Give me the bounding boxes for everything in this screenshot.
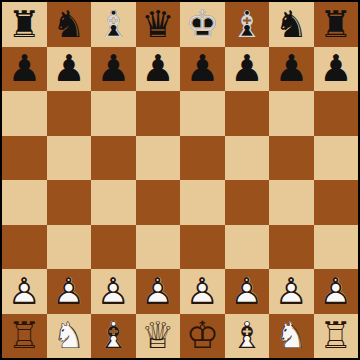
square-f3[interactable] — [225, 225, 270, 270]
piece-glyph-layer: ♖ — [2, 314, 47, 359]
piece-glyph-layer: ♜ — [2, 2, 47, 47]
square-g8[interactable]: ♞ — [269, 2, 314, 47]
piece-glyph-layer: ♙ — [47, 269, 92, 314]
white-pawn[interactable]: ♟♙ — [269, 269, 314, 314]
square-g5[interactable] — [269, 136, 314, 181]
black-rook[interactable]: ♜ — [2, 2, 47, 47]
square-g7[interactable]: ♟ — [269, 47, 314, 92]
white-pawn[interactable]: ♟♙ — [314, 269, 359, 314]
white-pawn[interactable]: ♟♙ — [91, 269, 136, 314]
square-c1[interactable]: ♝♗ — [91, 314, 136, 359]
square-h2[interactable]: ♟♙ — [314, 269, 359, 314]
piece-glyph-layer: ♜ — [314, 2, 359, 47]
white-pawn[interactable]: ♟♙ — [136, 269, 181, 314]
square-c6[interactable] — [91, 91, 136, 136]
square-c7[interactable]: ♟ — [91, 47, 136, 92]
square-h7[interactable]: ♟ — [314, 47, 359, 92]
square-a8[interactable]: ♜ — [2, 2, 47, 47]
piece-glyph-layer: ♟ — [47, 47, 92, 92]
square-c8[interactable]: ♝♗ — [91, 2, 136, 47]
piece-glyph-layer: ♔ — [180, 2, 225, 47]
piece-glyph-layer: ♞ — [269, 2, 314, 47]
white-pawn[interactable]: ♟♙ — [225, 269, 270, 314]
square-d4[interactable] — [136, 180, 181, 225]
square-a4[interactable] — [2, 180, 47, 225]
piece-glyph-layer: ♘ — [269, 314, 314, 359]
square-a5[interactable] — [2, 136, 47, 181]
square-h6[interactable] — [314, 91, 359, 136]
square-h1[interactable]: ♖ — [314, 314, 359, 359]
white-king[interactable]: ♔ — [180, 314, 225, 359]
square-d8[interactable]: ♛ — [136, 2, 181, 47]
square-f7[interactable]: ♟ — [225, 47, 270, 92]
square-e5[interactable] — [180, 136, 225, 181]
black-pawn[interactable]: ♟ — [269, 47, 314, 92]
black-pawn[interactable]: ♟ — [314, 47, 359, 92]
square-c4[interactable] — [91, 180, 136, 225]
square-f4[interactable] — [225, 180, 270, 225]
square-d7[interactable]: ♟ — [136, 47, 181, 92]
white-pawn[interactable]: ♟♙ — [2, 269, 47, 314]
square-d1[interactable]: ♕ — [136, 314, 181, 359]
piece-glyph-layer: ♙ — [314, 269, 359, 314]
square-h3[interactable] — [314, 225, 359, 270]
square-g4[interactable] — [269, 180, 314, 225]
piece-glyph-layer: ♟ — [180, 47, 225, 92]
black-pawn[interactable]: ♟ — [136, 47, 181, 92]
square-c5[interactable] — [91, 136, 136, 181]
square-b7[interactable]: ♟ — [47, 47, 92, 92]
square-b5[interactable] — [47, 136, 92, 181]
square-b3[interactable] — [47, 225, 92, 270]
square-a1[interactable]: ♖ — [2, 314, 47, 359]
black-knight[interactable]: ♞ — [269, 2, 314, 47]
piece-glyph-layer: ♟ — [136, 47, 181, 92]
white-bishop[interactable]: ♝♗ — [225, 314, 270, 359]
square-f5[interactable] — [225, 136, 270, 181]
piece-glyph-layer: ♟ — [2, 47, 47, 92]
piece-glyph-layer: ♙ — [225, 269, 270, 314]
piece-glyph-layer: ♙ — [136, 269, 181, 314]
black-pawn[interactable]: ♟ — [47, 47, 92, 92]
square-e6[interactable] — [180, 91, 225, 136]
piece-glyph-layer: ♕ — [136, 314, 181, 359]
square-g6[interactable] — [269, 91, 314, 136]
square-b2[interactable]: ♟♙ — [47, 269, 92, 314]
square-e8[interactable]: ♚♔ — [180, 2, 225, 47]
black-pawn[interactable]: ♟ — [225, 47, 270, 92]
square-e7[interactable]: ♟ — [180, 47, 225, 92]
piece-glyph-layer: ♗ — [225, 2, 270, 47]
square-b1[interactable]: ♞♘ — [47, 314, 92, 359]
white-knight[interactable]: ♞♘ — [47, 314, 92, 359]
square-a3[interactable] — [2, 225, 47, 270]
square-e3[interactable] — [180, 225, 225, 270]
square-f2[interactable]: ♟♙ — [225, 269, 270, 314]
black-rook[interactable]: ♜ — [314, 2, 359, 47]
white-rook[interactable]: ♖ — [314, 314, 359, 359]
square-g3[interactable] — [269, 225, 314, 270]
black-pawn[interactable]: ♟ — [2, 47, 47, 92]
piece-glyph-layer: ♔ — [180, 314, 225, 359]
square-e1[interactable]: ♔ — [180, 314, 225, 359]
white-queen[interactable]: ♕ — [136, 314, 181, 359]
square-d5[interactable] — [136, 136, 181, 181]
square-a2[interactable]: ♟♙ — [2, 269, 47, 314]
piece-glyph-layer: ♙ — [2, 269, 47, 314]
piece-glyph-layer: ♗ — [225, 314, 270, 359]
square-e2[interactable]: ♟♙ — [180, 269, 225, 314]
white-knight[interactable]: ♞♘ — [269, 314, 314, 359]
square-h8[interactable]: ♜ — [314, 2, 359, 47]
square-b6[interactable] — [47, 91, 92, 136]
piece-glyph-layer: ♙ — [180, 269, 225, 314]
piece-glyph-layer: ♙ — [91, 269, 136, 314]
white-pawn[interactable]: ♟♙ — [180, 269, 225, 314]
piece-glyph-layer: ♟ — [269, 47, 314, 92]
square-d6[interactable] — [136, 91, 181, 136]
square-c3[interactable] — [91, 225, 136, 270]
square-a6[interactable] — [2, 91, 47, 136]
black-king[interactable]: ♚♔ — [180, 2, 225, 47]
piece-glyph-layer: ♖ — [314, 314, 359, 359]
square-b8[interactable]: ♞ — [47, 2, 92, 47]
square-e4[interactable] — [180, 180, 225, 225]
piece-glyph-layer: ♟ — [314, 47, 359, 92]
black-pawn[interactable]: ♟ — [91, 47, 136, 92]
square-d3[interactable] — [136, 225, 181, 270]
white-bishop[interactable]: ♝♗ — [91, 314, 136, 359]
black-bishop[interactable]: ♝♗ — [225, 2, 270, 47]
chess-board: ♜♞♝♗♛♚♔♝♗♞♜♟♟♟♟♟♟♟♟♟♙♟♙♟♙♟♙♟♙♟♙♟♙♟♙♖♞♘♝♗… — [0, 0, 360, 360]
square-f1[interactable]: ♝♗ — [225, 314, 270, 359]
piece-glyph-layer: ♗ — [91, 2, 136, 47]
square-h5[interactable] — [314, 136, 359, 181]
black-pawn[interactable]: ♟ — [180, 47, 225, 92]
piece-glyph-layer: ♟ — [91, 47, 136, 92]
piece-glyph-layer: ♙ — [269, 269, 314, 314]
piece-glyph-layer: ♞ — [47, 2, 92, 47]
square-h4[interactable] — [314, 180, 359, 225]
square-f8[interactable]: ♝♗ — [225, 2, 270, 47]
white-rook[interactable]: ♖ — [2, 314, 47, 359]
black-bishop[interactable]: ♝♗ — [91, 2, 136, 47]
black-queen[interactable]: ♛ — [136, 2, 181, 47]
piece-glyph-layer: ♟ — [225, 47, 270, 92]
piece-glyph-layer: ♘ — [47, 314, 92, 359]
piece-glyph-layer: ♗ — [91, 314, 136, 359]
square-g2[interactable]: ♟♙ — [269, 269, 314, 314]
square-f6[interactable] — [225, 91, 270, 136]
square-b4[interactable] — [47, 180, 92, 225]
piece-glyph-layer: ♛ — [136, 2, 181, 47]
square-g1[interactable]: ♞♘ — [269, 314, 314, 359]
square-d2[interactable]: ♟♙ — [136, 269, 181, 314]
square-c2[interactable]: ♟♙ — [91, 269, 136, 314]
square-a7[interactable]: ♟ — [2, 47, 47, 92]
white-pawn[interactable]: ♟♙ — [47, 269, 92, 314]
black-knight[interactable]: ♞ — [47, 2, 92, 47]
